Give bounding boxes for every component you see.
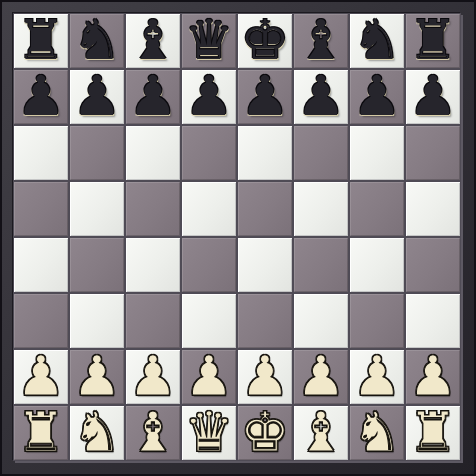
square-f1[interactable]: ♝ — [293, 405, 349, 461]
black-pawn-piece[interactable]: ♟ — [128, 70, 177, 122]
square-d1[interactable]: ♛ — [181, 405, 237, 461]
square-f4[interactable] — [293, 237, 349, 293]
square-h6[interactable] — [405, 125, 461, 181]
square-b1[interactable]: ♞ — [69, 405, 125, 461]
white-pawn-piece[interactable]: ♟ — [72, 350, 121, 402]
square-h1[interactable]: ♜ — [405, 405, 461, 461]
square-e2[interactable]: ♟ — [237, 349, 293, 405]
white-bishop-piece[interactable]: ♝ — [128, 406, 177, 458]
white-rook-piece[interactable]: ♜ — [408, 406, 457, 458]
square-e8[interactable]: ♚ — [237, 13, 293, 69]
square-h2[interactable]: ♟ — [405, 349, 461, 405]
white-pawn-piece[interactable]: ♟ — [240, 350, 289, 402]
square-g7[interactable]: ♟ — [349, 69, 405, 125]
square-a3[interactable] — [13, 293, 69, 349]
black-pawn-piece[interactable]: ♟ — [184, 70, 233, 122]
square-e7[interactable]: ♟ — [237, 69, 293, 125]
square-b3[interactable] — [69, 293, 125, 349]
square-d2[interactable]: ♟ — [181, 349, 237, 405]
square-e6[interactable] — [237, 125, 293, 181]
square-f3[interactable] — [293, 293, 349, 349]
black-rook-piece[interactable]: ♜ — [408, 14, 457, 66]
square-a1[interactable]: ♜ — [13, 405, 69, 461]
square-f8[interactable]: ♝ — [293, 13, 349, 69]
square-b6[interactable] — [69, 125, 125, 181]
square-c7[interactable]: ♟ — [125, 69, 181, 125]
square-h8[interactable]: ♜ — [405, 13, 461, 69]
square-a2[interactable]: ♟ — [13, 349, 69, 405]
square-g6[interactable] — [349, 125, 405, 181]
white-bishop-piece[interactable]: ♝ — [296, 406, 345, 458]
square-e3[interactable] — [237, 293, 293, 349]
square-h3[interactable] — [405, 293, 461, 349]
black-knight-piece[interactable]: ♞ — [72, 14, 121, 66]
white-pawn-piece[interactable]: ♟ — [16, 350, 65, 402]
black-bishop-piece[interactable]: ♝ — [128, 14, 177, 66]
square-f5[interactable] — [293, 181, 349, 237]
square-c5[interactable] — [125, 181, 181, 237]
black-pawn-piece[interactable]: ♟ — [72, 70, 121, 122]
square-b8[interactable]: ♞ — [69, 13, 125, 69]
black-king-piece[interactable]: ♚ — [240, 14, 289, 66]
white-knight-piece[interactable]: ♞ — [352, 406, 401, 458]
square-c4[interactable] — [125, 237, 181, 293]
square-a6[interactable] — [13, 125, 69, 181]
square-a7[interactable]: ♟ — [13, 69, 69, 125]
square-h7[interactable]: ♟ — [405, 69, 461, 125]
square-c8[interactable]: ♝ — [125, 13, 181, 69]
black-pawn-piece[interactable]: ♟ — [296, 70, 345, 122]
square-f2[interactable]: ♟ — [293, 349, 349, 405]
black-bishop-piece[interactable]: ♝ — [296, 14, 345, 66]
square-g5[interactable] — [349, 181, 405, 237]
square-e5[interactable] — [237, 181, 293, 237]
white-knight-piece[interactable]: ♞ — [72, 406, 121, 458]
square-e1[interactable]: ♚ — [237, 405, 293, 461]
square-g8[interactable]: ♞ — [349, 13, 405, 69]
square-b5[interactable] — [69, 181, 125, 237]
square-h5[interactable] — [405, 181, 461, 237]
square-f6[interactable] — [293, 125, 349, 181]
square-d3[interactable] — [181, 293, 237, 349]
black-rook-piece[interactable]: ♜ — [16, 14, 65, 66]
square-c1[interactable]: ♝ — [125, 405, 181, 461]
white-pawn-piece[interactable]: ♟ — [408, 350, 457, 402]
black-pawn-piece[interactable]: ♟ — [240, 70, 289, 122]
black-pawn-piece[interactable]: ♟ — [352, 70, 401, 122]
square-a4[interactable] — [13, 237, 69, 293]
square-h4[interactable] — [405, 237, 461, 293]
white-pawn-piece[interactable]: ♟ — [184, 350, 233, 402]
white-king-piece[interactable]: ♚ — [240, 406, 289, 458]
white-rook-piece[interactable]: ♜ — [16, 406, 65, 458]
square-d6[interactable] — [181, 125, 237, 181]
square-e4[interactable] — [237, 237, 293, 293]
square-g4[interactable] — [349, 237, 405, 293]
square-f7[interactable]: ♟ — [293, 69, 349, 125]
black-knight-piece[interactable]: ♞ — [352, 14, 401, 66]
square-g1[interactable]: ♞ — [349, 405, 405, 461]
square-b4[interactable] — [69, 237, 125, 293]
black-pawn-piece[interactable]: ♟ — [16, 70, 65, 122]
square-g3[interactable] — [349, 293, 405, 349]
square-d7[interactable]: ♟ — [181, 69, 237, 125]
square-d4[interactable] — [181, 237, 237, 293]
square-b2[interactable]: ♟ — [69, 349, 125, 405]
chess-board-frame: ♜♞♝♛♚♝♞♜♟♟♟♟♟♟♟♟♟♟♟♟♟♟♟♟♜♞♝♛♚♝♞♜ — [0, 0, 476, 476]
white-queen-piece[interactable]: ♛ — [184, 406, 233, 458]
black-queen-piece[interactable]: ♛ — [184, 14, 233, 66]
square-c3[interactable] — [125, 293, 181, 349]
chess-board: ♜♞♝♛♚♝♞♜♟♟♟♟♟♟♟♟♟♟♟♟♟♟♟♟♜♞♝♛♚♝♞♜ — [13, 13, 461, 461]
black-pawn-piece[interactable]: ♟ — [408, 70, 457, 122]
white-pawn-piece[interactable]: ♟ — [352, 350, 401, 402]
square-d5[interactable] — [181, 181, 237, 237]
square-c6[interactable] — [125, 125, 181, 181]
square-a8[interactable]: ♜ — [13, 13, 69, 69]
square-a5[interactable] — [13, 181, 69, 237]
square-c2[interactable]: ♟ — [125, 349, 181, 405]
square-d8[interactable]: ♛ — [181, 13, 237, 69]
square-b7[interactable]: ♟ — [69, 69, 125, 125]
white-pawn-piece[interactable]: ♟ — [296, 350, 345, 402]
white-pawn-piece[interactable]: ♟ — [128, 350, 177, 402]
square-g2[interactable]: ♟ — [349, 349, 405, 405]
